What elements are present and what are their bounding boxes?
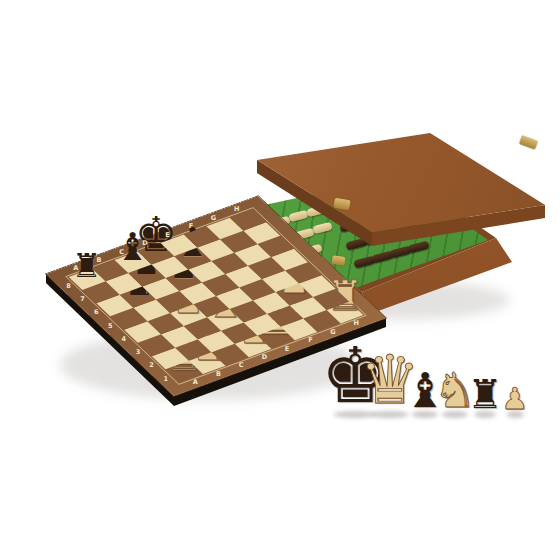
file-label-far-h: H bbox=[234, 206, 239, 212]
file-label-e: E bbox=[285, 345, 289, 351]
file-label-far-b: B bbox=[96, 257, 101, 263]
file-label-f: F bbox=[308, 337, 312, 343]
rank-label-1: 1 bbox=[163, 375, 168, 381]
rank-label-5: 5 bbox=[108, 323, 113, 329]
brass-clasp-icon bbox=[331, 255, 345, 266]
lineup-light-pawn: ♟ bbox=[502, 384, 529, 414]
file-label-far-c: C bbox=[119, 248, 124, 254]
file-label-a: A bbox=[193, 379, 198, 385]
rank-label-3: 3 bbox=[136, 349, 141, 355]
file-label-far-e: E bbox=[166, 232, 170, 238]
stored-light-piece bbox=[312, 222, 332, 235]
lineup-dark-rook: ♜ bbox=[467, 374, 503, 414]
stored-light-piece bbox=[288, 210, 308, 223]
rank-label-4: 4 bbox=[122, 336, 127, 342]
rank-label-7: 7 bbox=[80, 296, 85, 302]
file-label-b: B bbox=[216, 371, 221, 377]
rank-label-8: 8 bbox=[66, 283, 71, 289]
stored-dark-piece bbox=[407, 240, 429, 253]
rank-label-6: 6 bbox=[94, 309, 99, 315]
file-label-c: C bbox=[239, 362, 244, 368]
file-label-far-d: D bbox=[142, 240, 147, 246]
chess-set-product-photo: ♜♞♞♚♜♝♟♟♞♟♟♝♜♝♚ AABBCCDDEEFFGGHH12345678… bbox=[0, 0, 560, 560]
file-label-far-a: A bbox=[73, 265, 78, 271]
file-label-far-f: F bbox=[188, 223, 192, 229]
file-label-far-g: G bbox=[211, 215, 216, 221]
file-label-d: D bbox=[262, 354, 267, 360]
rank-label-2: 2 bbox=[149, 362, 154, 368]
piece-lineup: ♚♛♝♞♜♟ bbox=[320, 330, 550, 420]
file-label-h: H bbox=[353, 320, 358, 326]
brass-hinge-icon bbox=[519, 135, 538, 149]
